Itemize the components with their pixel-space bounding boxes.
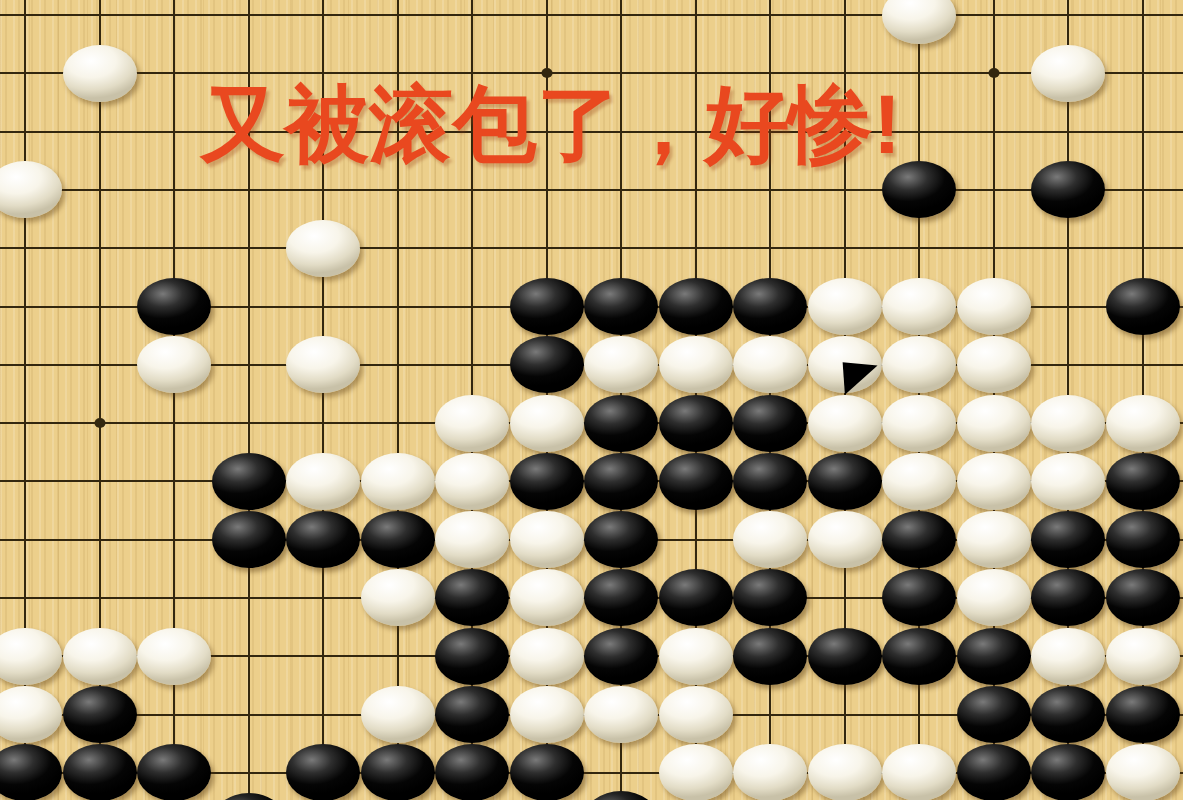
white-stone[interactable]: [0, 627, 62, 685]
stone-face: [733, 744, 807, 800]
stone-face: [63, 628, 137, 685]
stone-face: [584, 278, 658, 335]
stone-face: [286, 220, 360, 277]
white-stone[interactable]: [957, 511, 1032, 569]
stone-face: [510, 395, 584, 452]
white-stone[interactable]: [509, 685, 584, 743]
stone-face: [435, 628, 509, 685]
stone-face: [510, 453, 584, 510]
stone-face: [882, 511, 956, 568]
white-stone[interactable]: [509, 394, 584, 452]
stone-face: [435, 453, 509, 510]
black-stone[interactable]: [1106, 452, 1181, 510]
black-stone[interactable]: [1106, 569, 1181, 627]
stone-face: [286, 744, 360, 800]
black-stone[interactable]: [733, 452, 808, 510]
stone-face: [882, 453, 956, 510]
black-stone[interactable]: [733, 569, 808, 627]
stone-face: [808, 453, 882, 510]
black-stone[interactable]: [733, 277, 808, 335]
black-stone[interactable]: [808, 452, 883, 510]
stone-face: [0, 686, 62, 743]
black-stone[interactable]: [1106, 277, 1181, 335]
black-stone[interactable]: [1031, 744, 1106, 800]
stone-face: [808, 511, 882, 568]
white-stone[interactable]: [659, 744, 734, 800]
stone-face: [584, 511, 658, 568]
white-stone[interactable]: [808, 277, 883, 335]
black-stone[interactable]: [584, 452, 659, 510]
stone-face: [659, 744, 733, 800]
white-stone[interactable]: [0, 685, 62, 743]
stone-face: [137, 278, 211, 335]
white-stone[interactable]: [509, 627, 584, 685]
black-stone[interactable]: [1031, 161, 1106, 219]
white-stone[interactable]: [1106, 394, 1181, 452]
black-stone[interactable]: [0, 744, 62, 800]
stone-face: [882, 395, 956, 452]
black-stone[interactable]: [509, 744, 584, 800]
white-stone[interactable]: [286, 219, 361, 277]
stone-face: [1106, 569, 1180, 626]
black-stone[interactable]: [957, 685, 1032, 743]
stone-face: [882, 278, 956, 335]
stone-face: [808, 628, 882, 685]
white-stone[interactable]: [1031, 452, 1106, 510]
stone-face: [808, 395, 882, 452]
white-stone[interactable]: [733, 336, 808, 394]
stone-face: [0, 628, 62, 685]
white-stone[interactable]: [0, 161, 62, 219]
black-stone[interactable]: [957, 744, 1032, 800]
stone-face: [361, 569, 435, 626]
black-stone[interactable]: [509, 452, 584, 510]
black-stone[interactable]: [882, 569, 957, 627]
white-stone[interactable]: [286, 452, 361, 510]
white-stone[interactable]: [882, 336, 957, 394]
white-stone[interactable]: [882, 0, 957, 44]
white-stone[interactable]: [733, 511, 808, 569]
stone-face: [361, 511, 435, 568]
white-stone[interactable]: [957, 394, 1032, 452]
white-stone[interactable]: [360, 685, 435, 743]
stone-face: [659, 686, 733, 743]
black-stone[interactable]: [435, 685, 510, 743]
stone-face: [882, 569, 956, 626]
black-stone[interactable]: [1031, 511, 1106, 569]
black-stone[interactable]: [1031, 685, 1106, 743]
stone-face: [63, 686, 137, 743]
white-stone[interactable]: [137, 336, 212, 394]
stone-face: [659, 628, 733, 685]
black-stone[interactable]: [584, 511, 659, 569]
white-stone[interactable]: [957, 452, 1032, 510]
black-stone[interactable]: [137, 277, 212, 335]
white-stone[interactable]: [659, 336, 734, 394]
stone-face: [1106, 744, 1180, 800]
stone-face: [584, 336, 658, 393]
stone-face: [1031, 161, 1105, 218]
white-stone[interactable]: [435, 452, 510, 510]
stone-face: [957, 744, 1031, 800]
black-stone[interactable]: [62, 744, 137, 800]
white-stone[interactable]: [62, 44, 137, 102]
stone-face: [361, 744, 435, 800]
stone-face: [1106, 511, 1180, 568]
stone-face: [1106, 686, 1180, 743]
stone-face: [584, 628, 658, 685]
white-stone[interactable]: [1031, 394, 1106, 452]
stone-face: [882, 336, 956, 393]
stone-face: [659, 569, 733, 626]
stone-face: [510, 628, 584, 685]
black-stone[interactable]: [1106, 511, 1181, 569]
stone-face: [137, 744, 211, 800]
black-stone[interactable]: [882, 511, 957, 569]
white-stone[interactable]: [509, 569, 584, 627]
white-stone[interactable]: [957, 277, 1032, 335]
stone-face: [510, 278, 584, 335]
stone-face: [957, 278, 1031, 335]
black-stone[interactable]: [808, 627, 883, 685]
stone-face: [659, 336, 733, 393]
stone-face: [435, 511, 509, 568]
black-stone[interactable]: [211, 452, 286, 510]
stone-face: [733, 336, 807, 393]
stone-face: [212, 453, 286, 510]
white-stone[interactable]: [584, 336, 659, 394]
stone-face: [808, 744, 882, 800]
white-stone[interactable]: [808, 394, 883, 452]
stone-face: [1031, 744, 1105, 800]
white-stone[interactable]: [1031, 627, 1106, 685]
stone-face: [882, 744, 956, 800]
stone-face: [286, 511, 360, 568]
white-stone[interactable]: [360, 452, 435, 510]
stone-face: [1106, 395, 1180, 452]
black-stone[interactable]: [584, 627, 659, 685]
white-stone[interactable]: [659, 627, 734, 685]
black-stone[interactable]: [435, 627, 510, 685]
stone-face: [510, 686, 584, 743]
stone-face: [733, 453, 807, 510]
white-stone[interactable]: [882, 277, 957, 335]
stone-face: [957, 336, 1031, 393]
stone-face: [584, 686, 658, 743]
stone-face: [1031, 686, 1105, 743]
stone-face: [1031, 45, 1105, 102]
black-stone[interactable]: [584, 569, 659, 627]
white-stone[interactable]: [360, 569, 435, 627]
black-stone[interactable]: [1106, 685, 1181, 743]
stone-face: [510, 744, 584, 800]
stone-face: [361, 686, 435, 743]
black-stone[interactable]: [659, 569, 734, 627]
black-stone[interactable]: [137, 744, 212, 800]
white-stone[interactable]: [137, 627, 212, 685]
stone-face: [584, 395, 658, 452]
stone-face: [584, 453, 658, 510]
black-stone[interactable]: [659, 394, 734, 452]
black-stone[interactable]: [733, 627, 808, 685]
stone-face: [1031, 395, 1105, 452]
black-stone[interactable]: [286, 744, 361, 800]
black-stone[interactable]: [882, 627, 957, 685]
stone-face: [1031, 453, 1105, 510]
black-stone[interactable]: [435, 569, 510, 627]
stone-face: [659, 395, 733, 452]
black-stone[interactable]: [509, 277, 584, 335]
white-stone[interactable]: [659, 685, 734, 743]
stone-face: [1031, 569, 1105, 626]
black-stone[interactable]: [584, 394, 659, 452]
stone-face: [957, 686, 1031, 743]
stone-face: [510, 336, 584, 393]
stone-face: [435, 569, 509, 626]
stone-face: [957, 395, 1031, 452]
black-stone[interactable]: [509, 336, 584, 394]
white-stone[interactable]: [882, 744, 957, 800]
stone-face: [435, 686, 509, 743]
white-stone[interactable]: [1031, 44, 1106, 102]
stone-face: [584, 569, 658, 626]
stone-face: [137, 336, 211, 393]
white-stone[interactable]: [435, 394, 510, 452]
stone-face: [808, 278, 882, 335]
stone-face: [137, 628, 211, 685]
black-stone[interactable]: [957, 627, 1032, 685]
white-stone[interactable]: [882, 452, 957, 510]
black-stone[interactable]: [659, 277, 734, 335]
stone-face: [435, 395, 509, 452]
stone-face: [1106, 628, 1180, 685]
stone-face: [957, 453, 1031, 510]
white-stone[interactable]: [957, 336, 1032, 394]
black-stone[interactable]: [1031, 569, 1106, 627]
black-stone[interactable]: [211, 511, 286, 569]
stone-face: [659, 278, 733, 335]
stone-face: [1031, 628, 1105, 685]
black-stone[interactable]: [286, 511, 361, 569]
stone-face: [1031, 511, 1105, 568]
stone-face: [733, 628, 807, 685]
white-stone[interactable]: [1106, 744, 1181, 800]
stone-face: [286, 336, 360, 393]
black-stone[interactable]: [360, 744, 435, 800]
black-stone[interactable]: [435, 744, 510, 800]
stone-face: [882, 0, 956, 44]
stone-face: [510, 569, 584, 626]
stone-face: [63, 744, 137, 800]
white-stone[interactable]: [882, 394, 957, 452]
stone-face: [63, 45, 137, 102]
white-stone[interactable]: [509, 511, 584, 569]
white-stone[interactable]: [808, 511, 883, 569]
white-stone[interactable]: [957, 569, 1032, 627]
caption-overlay: 又被滚包了，好惨!: [201, 80, 901, 169]
stone-face: [361, 453, 435, 510]
black-stone[interactable]: [659, 452, 734, 510]
stone-face: [733, 395, 807, 452]
white-stone[interactable]: [1106, 627, 1181, 685]
stone-face: [957, 628, 1031, 685]
stone-face: [1106, 278, 1180, 335]
stone-face: [1106, 453, 1180, 510]
stone-face: [882, 628, 956, 685]
stone-face: [286, 453, 360, 510]
white-stone[interactable]: [286, 336, 361, 394]
white-stone[interactable]: [584, 685, 659, 743]
white-stone[interactable]: [62, 627, 137, 685]
stone-face: [733, 511, 807, 568]
white-stone[interactable]: [808, 744, 883, 800]
stone-face: [0, 161, 62, 218]
go-board[interactable]: 又被滚包了，好惨!: [0, 0, 1183, 800]
black-stone[interactable]: [62, 685, 137, 743]
white-stone[interactable]: [435, 511, 510, 569]
black-stone[interactable]: [733, 394, 808, 452]
stone-face: [957, 511, 1031, 568]
white-stone[interactable]: [733, 744, 808, 800]
black-stone[interactable]: [584, 277, 659, 335]
stone-face: [733, 569, 807, 626]
stone-face: [957, 569, 1031, 626]
stone-face: [212, 511, 286, 568]
black-stone[interactable]: [360, 511, 435, 569]
stone-face: [435, 744, 509, 800]
stone-face: [659, 453, 733, 510]
stone-face: [510, 511, 584, 568]
stone-face: [733, 278, 807, 335]
stone-face: [0, 744, 62, 800]
